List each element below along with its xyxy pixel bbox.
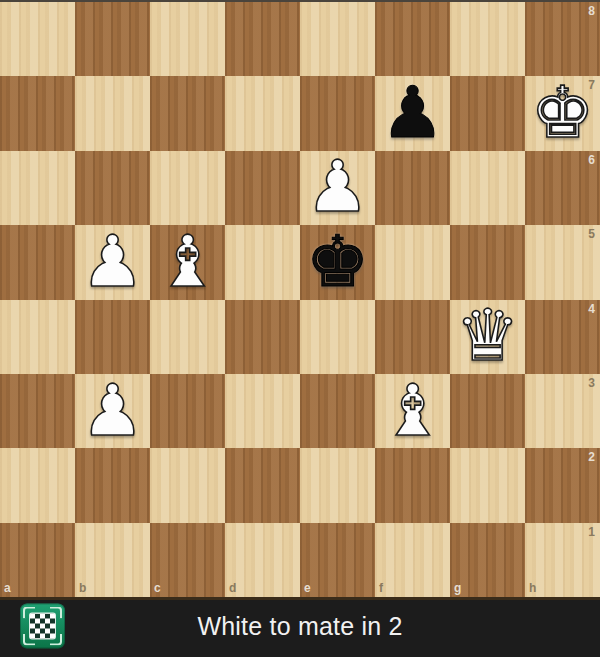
square-a3[interactable] — [0, 374, 75, 448]
square-d7[interactable] — [225, 76, 300, 150]
square-g7[interactable] — [450, 76, 525, 150]
status-bar: White to mate in 2 — [0, 600, 600, 652]
white-pawn[interactable]: ♟ — [81, 375, 145, 446]
square-g2[interactable] — [450, 448, 525, 522]
square-h3[interactable]: 3 — [525, 374, 600, 448]
rank-label-2: 2 — [588, 451, 595, 463]
square-e1[interactable]: e — [300, 523, 375, 597]
square-e6[interactable]: ♟ — [300, 151, 375, 225]
rank-label-5: 5 — [588, 228, 595, 240]
square-h6[interactable]: 6 — [525, 151, 600, 225]
rank-label-3: 3 — [588, 377, 595, 389]
square-h8[interactable]: 8 — [525, 2, 600, 76]
square-d2[interactable] — [225, 448, 300, 522]
square-a2[interactable] — [0, 448, 75, 522]
square-g6[interactable] — [450, 151, 525, 225]
white-pawn[interactable]: ♟ — [306, 151, 370, 222]
square-a1[interactable]: a — [0, 523, 75, 597]
square-g1[interactable]: g — [450, 523, 525, 597]
square-c1[interactable]: c — [150, 523, 225, 597]
white-queen[interactable]: ♛ — [456, 300, 520, 371]
rank-label-1: 1 — [588, 526, 595, 538]
square-e2[interactable] — [300, 448, 375, 522]
square-d6[interactable] — [225, 151, 300, 225]
square-e7[interactable] — [300, 76, 375, 150]
file-label-h: h — [529, 582, 536, 594]
square-b5[interactable]: ♟ — [75, 225, 150, 299]
black-pawn[interactable]: ♟ — [381, 77, 445, 148]
square-e3[interactable] — [300, 374, 375, 448]
square-d1[interactable]: d — [225, 523, 300, 597]
square-e4[interactable] — [300, 300, 375, 374]
square-f5[interactable] — [375, 225, 450, 299]
square-c5[interactable]: ♝ — [150, 225, 225, 299]
black-king[interactable]: ♚ — [306, 226, 370, 297]
square-c6[interactable] — [150, 151, 225, 225]
square-d3[interactable] — [225, 374, 300, 448]
square-f6[interactable] — [375, 151, 450, 225]
file-label-b: b — [79, 582, 86, 594]
rank-label-6: 6 — [588, 154, 595, 166]
square-h5[interactable]: 5 — [525, 225, 600, 299]
square-c8[interactable] — [150, 2, 225, 76]
white-bishop[interactable]: ♝ — [381, 375, 445, 446]
square-e5[interactable]: ♚ — [300, 225, 375, 299]
chess-board[interactable]: 8♟♚7♟6♟♝♚5♛4♟♝32abcdefg1h — [0, 0, 600, 600]
square-c4[interactable] — [150, 300, 225, 374]
square-d8[interactable] — [225, 2, 300, 76]
file-label-f: f — [379, 582, 383, 594]
square-h2[interactable]: 2 — [525, 448, 600, 522]
rank-label-8: 8 — [588, 5, 595, 17]
square-b6[interactable] — [75, 151, 150, 225]
square-f3[interactable]: ♝ — [375, 374, 450, 448]
square-a6[interactable] — [0, 151, 75, 225]
file-label-g: g — [454, 582, 461, 594]
file-label-e: e — [304, 582, 311, 594]
square-g3[interactable] — [450, 374, 525, 448]
puzzle-instruction: White to mate in 2 — [0, 612, 600, 641]
rank-label-4: 4 — [588, 303, 595, 315]
square-c7[interactable] — [150, 76, 225, 150]
square-a8[interactable] — [0, 2, 75, 76]
square-h7[interactable]: ♚7 — [525, 76, 600, 150]
square-d5[interactable] — [225, 225, 300, 299]
square-b4[interactable] — [75, 300, 150, 374]
square-d4[interactable] — [225, 300, 300, 374]
square-g8[interactable] — [450, 2, 525, 76]
file-label-d: d — [229, 582, 236, 594]
square-b1[interactable]: b — [75, 523, 150, 597]
square-b8[interactable] — [75, 2, 150, 76]
white-bishop[interactable]: ♝ — [156, 226, 220, 297]
square-c2[interactable] — [150, 448, 225, 522]
white-king[interactable]: ♚ — [531, 77, 595, 148]
white-pawn[interactable]: ♟ — [81, 226, 145, 297]
square-f7[interactable]: ♟ — [375, 76, 450, 150]
square-f2[interactable] — [375, 448, 450, 522]
square-a5[interactable] — [0, 225, 75, 299]
file-label-a: a — [4, 582, 11, 594]
file-label-c: c — [154, 582, 161, 594]
square-f1[interactable]: f — [375, 523, 450, 597]
square-c3[interactable] — [150, 374, 225, 448]
square-f8[interactable] — [375, 2, 450, 76]
square-f4[interactable] — [375, 300, 450, 374]
square-b7[interactable] — [75, 76, 150, 150]
chess-puzzle-screen: 8♟♚7♟6♟♝♚5♛4♟♝32abcdefg1h White to mate … — [0, 0, 600, 657]
rank-label-7: 7 — [588, 79, 595, 91]
square-g4[interactable]: ♛ — [450, 300, 525, 374]
square-a4[interactable] — [0, 300, 75, 374]
square-g5[interactable] — [450, 225, 525, 299]
square-a7[interactable] — [0, 76, 75, 150]
square-b2[interactable] — [75, 448, 150, 522]
square-b3[interactable]: ♟ — [75, 374, 150, 448]
square-h4[interactable]: 4 — [525, 300, 600, 374]
square-e8[interactable] — [300, 2, 375, 76]
square-h1[interactable]: 1h — [525, 523, 600, 597]
